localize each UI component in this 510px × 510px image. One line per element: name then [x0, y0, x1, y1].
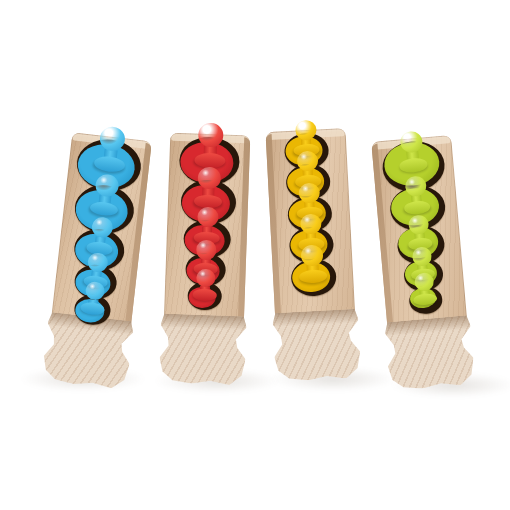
- block-scalloped-end-face-green: [384, 315, 476, 391]
- knob-ball-yellow-1: [294, 119, 316, 140]
- cylinder-block-red: [162, 133, 251, 386]
- knob-ball-yellow-3: [298, 182, 320, 203]
- product-photo-stage: [0, 0, 510, 510]
- knob-collar-red-1: [194, 152, 226, 168]
- knob-collar-red-5: [193, 289, 217, 301]
- block-scalloped-end-face-red: [159, 313, 247, 385]
- knob-ball-red-1: [197, 122, 223, 147]
- knob-ball-red-5: [196, 268, 216, 287]
- cylinder-block-yellow: [266, 128, 359, 382]
- end-face-crease: [161, 313, 247, 330]
- knob-ball-green-4: [411, 247, 432, 267]
- block-scalloped-end-face-yellow: [272, 309, 361, 382]
- knob-ball-red-4: [196, 240, 217, 260]
- cylinder-block-blue: [44, 132, 152, 389]
- cylinder-block-green: [371, 135, 472, 391]
